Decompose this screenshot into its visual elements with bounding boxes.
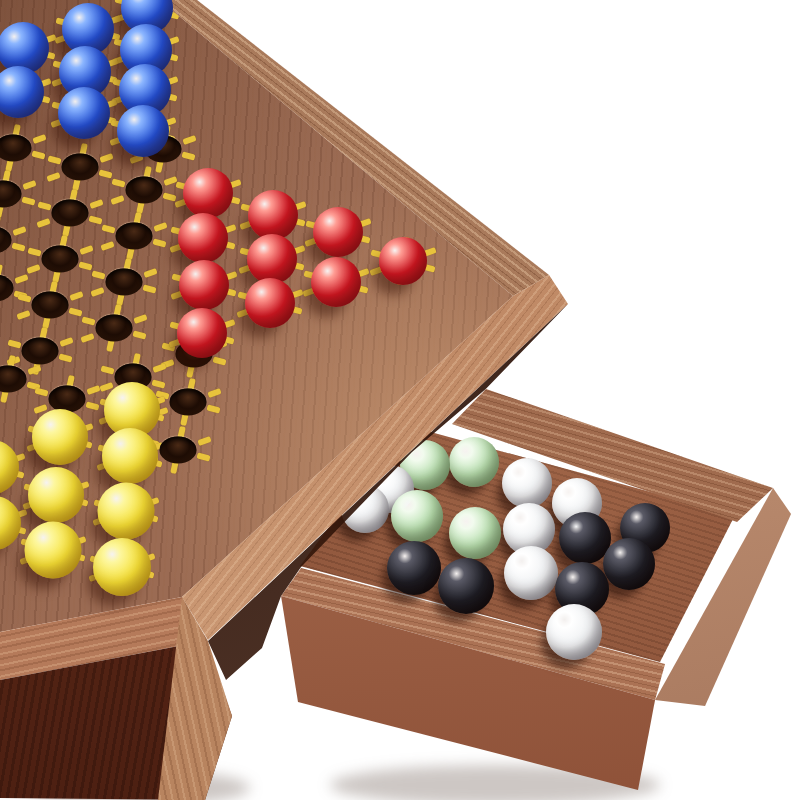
yellow-marble[interactable] [32,409,88,465]
yellow-marble[interactable] [28,467,84,523]
yellow-marble[interactable] [0,440,19,494]
yellow-marble[interactable] [102,428,158,484]
red-marble[interactable] [248,190,298,240]
chinese-checkers-set-photo [0,0,800,800]
red-marble[interactable] [313,207,363,257]
yellow-marble[interactable] [25,522,82,579]
blue-marble[interactable] [58,87,110,139]
red-marble[interactable] [179,260,229,310]
red-marble[interactable] [245,278,295,328]
red-marble[interactable] [247,234,297,284]
yellow-marble[interactable] [93,538,151,596]
yellow-marble[interactable] [98,483,155,540]
blue-marble[interactable] [117,105,169,157]
red-marble[interactable] [379,237,427,285]
blue-marble[interactable] [0,66,44,118]
red-marble[interactable] [183,168,233,218]
red-marble[interactable] [178,213,228,263]
board-marbles-layer [0,0,800,800]
red-marble[interactable] [311,257,361,307]
yellow-marble[interactable] [0,496,21,550]
red-marble[interactable] [177,308,227,358]
